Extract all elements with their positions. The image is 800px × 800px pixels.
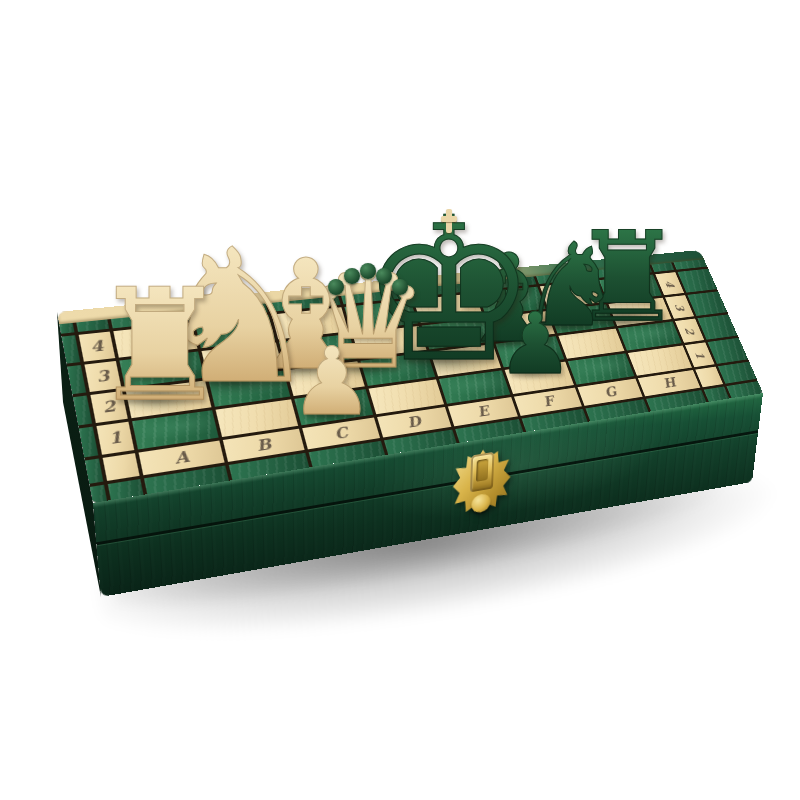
file-letter: H [661, 375, 678, 391]
clasp-hasp-slot [476, 459, 488, 482]
corner-strip-cell [103, 453, 140, 481]
piece-white-rook-a2[interactable]: ♜ [83, 268, 238, 423]
board-margin [687, 291, 727, 316]
file-letter: B [255, 435, 274, 455]
board-margin [90, 485, 107, 503]
board-margin [718, 362, 757, 384]
file-letter: D [405, 413, 423, 432]
board-margin [85, 458, 103, 483]
board-margin [708, 338, 749, 364]
piece-white-pawn-c2[interactable]: ♟ [285, 335, 379, 429]
board-margin [697, 314, 737, 339]
piece-green-pawn-f2[interactable]: ♟ [493, 301, 578, 386]
file-letter: G [602, 384, 619, 401]
brass-clasp [452, 441, 512, 528]
file-letter: A [173, 447, 191, 467]
chess-box-scene: 44332211ABCDEFGH ♜♞♝♚♛♝♟♞♜♟ [0, 0, 800, 800]
board-margin [59, 323, 74, 334]
file-letter: F [541, 393, 556, 410]
rank-number: 1 [692, 350, 707, 359]
